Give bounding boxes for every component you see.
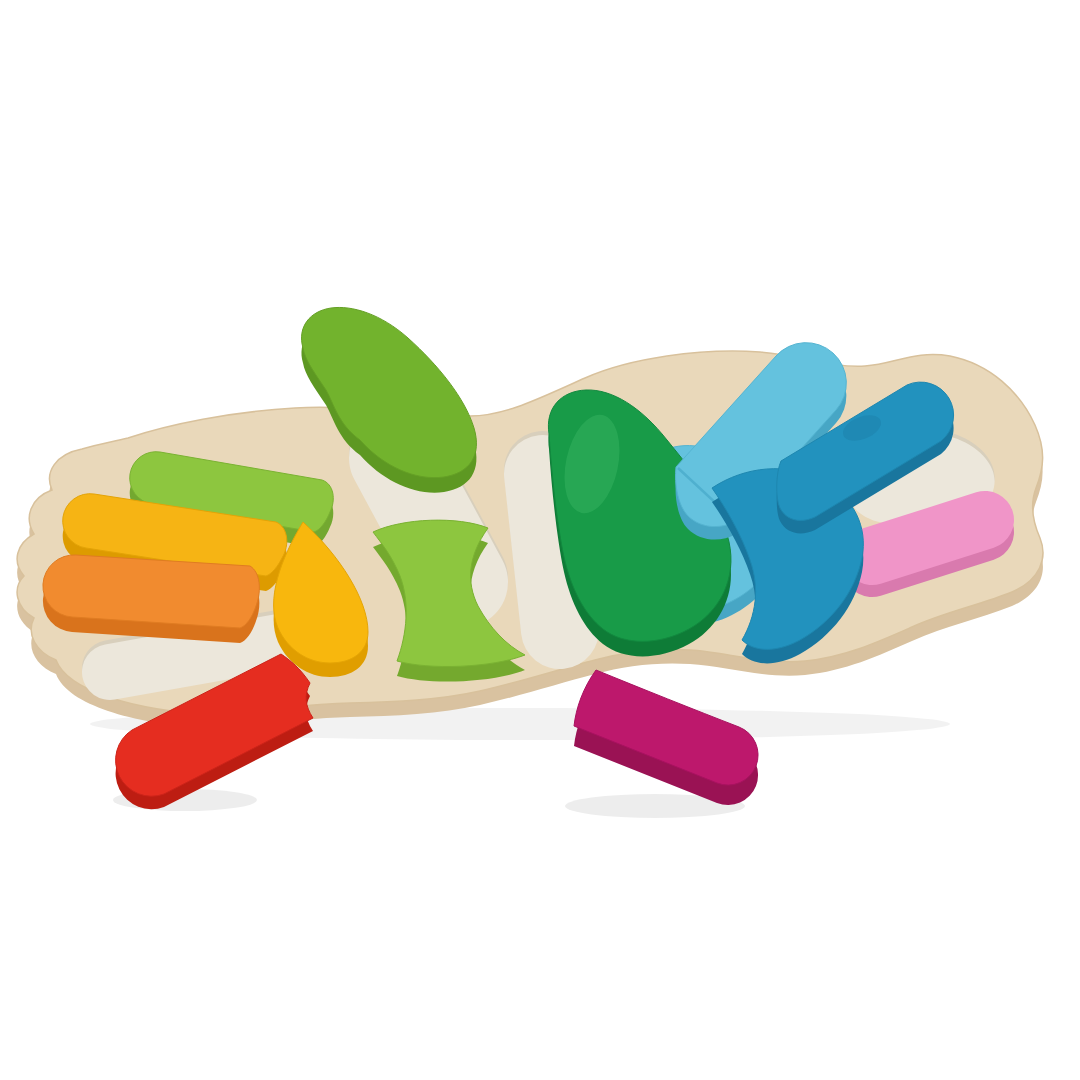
orange-bar[interactable] [43, 555, 259, 628]
pink-bar[interactable] [872, 520, 985, 556]
puzzle-scene [0, 0, 1080, 1080]
product-photo-wooden-puzzle [0, 0, 1080, 1080]
